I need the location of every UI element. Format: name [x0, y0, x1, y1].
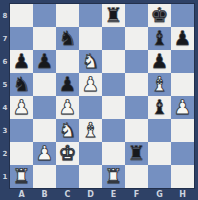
- square-d5[interactable]: ♟: [79, 73, 102, 96]
- square-e5[interactable]: [102, 73, 125, 96]
- square-c2[interactable]: ♚: [56, 142, 79, 165]
- black-knight-a5: ♞: [10, 73, 33, 96]
- rank-label-6: 6: [0, 50, 10, 73]
- square-f8[interactable]: [125, 4, 148, 27]
- square-c5[interactable]: ♟: [56, 73, 79, 96]
- black-king-g8: ♚: [148, 4, 171, 27]
- black-pawn-a6: ♟: [10, 50, 33, 73]
- square-g5[interactable]: ♝: [148, 73, 171, 96]
- square-f3[interactable]: [125, 119, 148, 142]
- square-g1[interactable]: [148, 165, 171, 188]
- square-d8[interactable]: [79, 4, 102, 27]
- file-label-g: G: [148, 188, 171, 200]
- chess-diagram: 87654321 ♜♚♞♝♟♟♟♞♟♞♟♟♝♟♟♝♟♞♝♟♚♜♜♜ ABCDEF…: [0, 0, 198, 200]
- square-e3[interactable]: [102, 119, 125, 142]
- square-a2[interactable]: [10, 142, 33, 165]
- black-rook-e8: ♜: [102, 4, 125, 27]
- file-label-b: B: [33, 188, 56, 200]
- chess-board: ♜♚♞♝♟♟♟♞♟♞♟♟♝♟♟♝♟♞♝♟♚♜♜♜: [10, 4, 194, 188]
- white-pawn-a4: ♟: [10, 96, 33, 119]
- square-e1[interactable]: ♜: [102, 165, 125, 188]
- white-bishop-d3: ♝: [79, 119, 102, 142]
- square-c7[interactable]: ♞: [56, 27, 79, 50]
- rank-label-5: 5: [0, 73, 10, 96]
- white-pawn-b2: ♟: [33, 142, 56, 165]
- file-label-f: F: [125, 188, 148, 200]
- square-d2[interactable]: [79, 142, 102, 165]
- square-a3[interactable]: [10, 119, 33, 142]
- rank-labels: 87654321: [0, 4, 10, 188]
- square-h6[interactable]: [171, 50, 194, 73]
- black-pawn-c5: ♟: [56, 73, 79, 96]
- square-c3[interactable]: ♞: [56, 119, 79, 142]
- file-label-a: A: [10, 188, 33, 200]
- square-h7[interactable]: ♟: [171, 27, 194, 50]
- square-f7[interactable]: [125, 27, 148, 50]
- square-c4[interactable]: ♟: [56, 96, 79, 119]
- black-knight-c7: ♞: [56, 27, 79, 50]
- white-pawn-c4: ♟: [56, 96, 79, 119]
- square-b7[interactable]: [33, 27, 56, 50]
- black-pawn-h7: ♟: [171, 27, 194, 50]
- square-a5[interactable]: ♞: [10, 73, 33, 96]
- white-pawn-d5: ♟: [79, 73, 102, 96]
- square-a4[interactable]: ♟: [10, 96, 33, 119]
- white-pawn-h4: ♟: [171, 96, 194, 119]
- square-e7[interactable]: [102, 27, 125, 50]
- square-g3[interactable]: [148, 119, 171, 142]
- black-rook-f2: ♜: [125, 142, 148, 165]
- white-rook-e1: ♜: [102, 165, 125, 188]
- white-bishop-g5: ♝: [148, 73, 171, 96]
- square-a6[interactable]: ♟: [10, 50, 33, 73]
- file-label-e: E: [102, 188, 125, 200]
- square-h2[interactable]: [171, 142, 194, 165]
- square-f5[interactable]: [125, 73, 148, 96]
- square-g2[interactable]: [148, 142, 171, 165]
- square-h8[interactable]: [171, 4, 194, 27]
- square-c6[interactable]: [56, 50, 79, 73]
- square-h3[interactable]: [171, 119, 194, 142]
- file-labels: ABCDEFGH: [10, 188, 194, 200]
- rank-label-8: 8: [0, 4, 10, 27]
- white-rook-a1: ♜: [10, 165, 33, 188]
- white-knight-c3: ♞: [56, 119, 79, 142]
- square-d3[interactable]: ♝: [79, 119, 102, 142]
- square-d1[interactable]: [79, 165, 102, 188]
- rank-label-2: 2: [0, 142, 10, 165]
- square-f1[interactable]: [125, 165, 148, 188]
- square-b5[interactable]: [33, 73, 56, 96]
- square-e6[interactable]: [102, 50, 125, 73]
- square-g4[interactable]: ♝: [148, 96, 171, 119]
- square-h4[interactable]: ♟: [171, 96, 194, 119]
- file-label-c: C: [56, 188, 79, 200]
- square-b6[interactable]: ♟: [33, 50, 56, 73]
- file-label-h: H: [171, 188, 194, 200]
- square-e2[interactable]: [102, 142, 125, 165]
- white-knight-d6: ♞: [79, 50, 102, 73]
- square-d6[interactable]: ♞: [79, 50, 102, 73]
- black-bishop-g4: ♝: [148, 96, 171, 119]
- square-b8[interactable]: [33, 4, 56, 27]
- square-f6[interactable]: [125, 50, 148, 73]
- square-a7[interactable]: [10, 27, 33, 50]
- square-c8[interactable]: [56, 4, 79, 27]
- black-bishop-g7: ♝: [148, 27, 171, 50]
- square-b3[interactable]: [33, 119, 56, 142]
- black-pawn-g6: ♟: [148, 50, 171, 73]
- square-a8[interactable]: [10, 4, 33, 27]
- square-f2[interactable]: ♜: [125, 142, 148, 165]
- square-b4[interactable]: [33, 96, 56, 119]
- square-g7[interactable]: ♝: [148, 27, 171, 50]
- white-king-c2: ♚: [56, 142, 79, 165]
- square-b1[interactable]: [33, 165, 56, 188]
- square-a1[interactable]: ♜: [10, 165, 33, 188]
- square-g8[interactable]: ♚: [148, 4, 171, 27]
- square-d4[interactable]: [79, 96, 102, 119]
- square-g6[interactable]: ♟: [148, 50, 171, 73]
- square-f4[interactable]: [125, 96, 148, 119]
- black-pawn-b6: ♟: [33, 50, 56, 73]
- square-c1[interactable]: [56, 165, 79, 188]
- square-d7[interactable]: [79, 27, 102, 50]
- rank-label-1: 1: [0, 165, 10, 188]
- rank-label-7: 7: [0, 27, 10, 50]
- square-b2[interactable]: ♟: [33, 142, 56, 165]
- rank-label-4: 4: [0, 96, 10, 119]
- square-e4[interactable]: [102, 96, 125, 119]
- file-label-d: D: [79, 188, 102, 200]
- square-h1[interactable]: [171, 165, 194, 188]
- rank-label-3: 3: [0, 119, 10, 142]
- square-h5[interactable]: [171, 73, 194, 96]
- square-e8[interactable]: ♜: [102, 4, 125, 27]
